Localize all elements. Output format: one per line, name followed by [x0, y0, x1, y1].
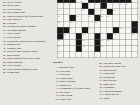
cell-number: 12: [58, 9, 60, 11]
cell-number: 6: [89, 3, 90, 5]
white-cell: 38: [101, 46, 107, 52]
black-cell: [57, 33, 63, 39]
cell-number: 8: [107, 3, 108, 5]
white-cell: [107, 27, 113, 33]
white-cell: 14: [95, 9, 101, 15]
cell-number: 36: [58, 46, 60, 48]
cell-number: 4: [64, 3, 65, 5]
clue-line: 38.Wager: [97, 97, 139, 101]
white-cell: [82, 15, 88, 21]
white-cell: [88, 52, 94, 58]
black-cell: [70, 15, 76, 21]
white-cell: 13: [82, 9, 88, 15]
white-cell: [64, 52, 70, 58]
white-cell: [64, 40, 70, 46]
white-cell: [132, 15, 138, 21]
white-cell: 36: [57, 46, 63, 52]
cell-number: 38: [101, 46, 103, 48]
white-cell: [64, 9, 70, 15]
cell-number: 37: [82, 46, 84, 48]
black-cell: [64, 27, 70, 33]
cell-number: 9: [113, 3, 114, 5]
cell-number: 28: [64, 33, 66, 35]
white-cell: 7: [95, 3, 101, 9]
white-cell: 9: [113, 3, 119, 9]
white-cell: 35: [107, 40, 113, 46]
cell-number: 5: [70, 3, 71, 5]
cell-number: 1: [76, 0, 77, 2]
down-clues-column-right: 28.They may turn up29.Garden tool with t…: [97, 61, 139, 100]
black-cell: [76, 46, 82, 52]
white-cell: 30: [113, 33, 119, 39]
white-cell: [82, 21, 88, 27]
white-cell: [101, 52, 107, 58]
white-cell: [132, 46, 138, 52]
white-cell: 16: [113, 9, 119, 15]
white-cell: 21: [107, 15, 113, 21]
cell-number: 19: [89, 15, 91, 17]
white-cell: 37: [82, 46, 88, 52]
cell-number: 30: [113, 33, 115, 35]
cell-number: 2: [132, 0, 133, 2]
white-cell: [119, 21, 125, 27]
cell-number: 27: [120, 27, 122, 29]
white-cell: [101, 33, 107, 39]
black-cell: [101, 3, 107, 9]
clue-text: Winter flake: [59, 97, 96, 101]
white-cell: [113, 46, 119, 52]
black-cell: [95, 33, 101, 39]
clue-text: Wager: [103, 97, 139, 101]
cell-number: 14: [95, 9, 97, 11]
white-cell: [119, 15, 125, 21]
white-cell: [126, 9, 132, 15]
white-cell: 19: [88, 15, 94, 21]
white-cell: [126, 33, 132, 39]
white-cell: 12: [57, 9, 63, 15]
white-cell: 20: [101, 15, 107, 21]
white-cell: [76, 52, 82, 58]
white-cell: 26: [88, 27, 94, 33]
cell-number: 29: [82, 33, 84, 35]
cell-number: 23: [70, 21, 72, 23]
cell-number: 25: [70, 27, 72, 29]
white-cell: 34: [101, 40, 107, 46]
white-cell: [119, 40, 125, 46]
white-cell: [113, 40, 119, 46]
white-cell: [107, 52, 113, 58]
clue-line: 10.Winter flake: [53, 97, 96, 101]
white-cell: 18: [76, 15, 82, 21]
cell-number: 32: [58, 40, 60, 42]
black-cell: [88, 9, 94, 15]
across-clues-column: 21.Poetic “before”22.Speak wildly23.Lair…: [1, 0, 55, 74]
white-cell: 31: [132, 33, 138, 39]
down-clues-column-left: 1.Breakfast dish2.Fruit drink3.Of the su…: [53, 66, 96, 101]
white-cell: [126, 21, 132, 27]
cell-number: 39: [58, 52, 60, 54]
white-cell: [70, 52, 76, 58]
black-cell: [76, 40, 82, 46]
white-cell: [113, 21, 119, 27]
white-cell: 29: [82, 33, 88, 39]
clue-number: 38.: [97, 97, 102, 101]
white-cell: [126, 27, 132, 33]
black-cell: [113, 27, 119, 33]
white-cell: [126, 15, 132, 21]
cell-number: 13: [82, 9, 84, 11]
cell-number: 24: [95, 21, 97, 23]
white-cell: 15: [101, 9, 107, 15]
white-cell: 39: [57, 52, 63, 58]
white-cell: [88, 46, 94, 52]
white-cell: [95, 52, 101, 58]
white-cell: [88, 33, 94, 39]
white-cell: [76, 3, 82, 9]
white-cell: [107, 21, 113, 27]
cell-number: 26: [89, 27, 91, 29]
crossword-page: 21.Poetic “before”22.Speak wildly23.Lair…: [0, 0, 140, 105]
white-cell: [70, 46, 76, 52]
white-cell: [132, 52, 138, 58]
white-cell: [76, 21, 82, 27]
black-cell: [95, 46, 101, 52]
white-cell: [64, 15, 70, 21]
cell-number: 15: [101, 9, 103, 11]
cell-number: 10: [120, 3, 122, 5]
cell-number: 21: [107, 15, 109, 17]
black-cell: [107, 9, 113, 15]
white-cell: 33: [82, 40, 88, 46]
clue-number: 10.: [53, 97, 58, 101]
white-cell: 27: [119, 27, 125, 33]
white-cell: [88, 21, 94, 27]
clue-number: 49.: [1, 71, 6, 75]
white-cell: [76, 27, 82, 33]
cell-number: 31: [132, 33, 134, 35]
white-cell: [113, 52, 119, 58]
clue-text: Strong wind: [7, 71, 55, 75]
white-cell: [64, 21, 70, 27]
white-cell: [101, 27, 107, 33]
white-cell: [64, 46, 70, 52]
white-cell: [132, 40, 138, 46]
white-cell: [119, 33, 125, 39]
white-cell: [126, 40, 132, 46]
black-cell: [95, 15, 101, 21]
cell-number: 7: [95, 3, 96, 5]
white-cell: 6: [88, 3, 94, 9]
white-cell: 17: [57, 15, 63, 21]
black-cell: [57, 27, 63, 33]
cell-number: 22: [58, 21, 60, 23]
white-cell: [101, 21, 107, 27]
cell-number: 17: [58, 15, 60, 17]
clue-line: 49.Strong wind: [1, 71, 55, 75]
white-cell: 25: [70, 27, 76, 33]
crossword-grid: 1234567891011121314151617181920212223242…: [57, 0, 138, 58]
white-cell: [70, 40, 76, 46]
white-cell: [132, 3, 138, 9]
black-cell: [107, 33, 113, 39]
white-cell: [126, 52, 132, 58]
white-cell: 24: [95, 21, 101, 27]
white-cell: [119, 9, 125, 15]
white-cell: 4: [64, 3, 70, 9]
cell-number: 18: [76, 15, 78, 17]
cell-number: 20: [101, 15, 103, 17]
cell-number: 16: [113, 9, 115, 11]
black-cell: [132, 21, 138, 27]
white-cell: 5: [70, 3, 76, 9]
black-cell: [95, 40, 101, 46]
white-cell: 28: [64, 33, 70, 39]
white-cell: [132, 9, 138, 15]
white-cell: 22: [57, 21, 63, 27]
cell-number: 35: [107, 40, 109, 42]
cell-number: 11: [126, 3, 128, 5]
white-cell: [70, 33, 76, 39]
white-cell: 10: [119, 3, 125, 9]
white-cell: [76, 9, 82, 15]
black-cell: [76, 33, 82, 39]
white-cell: [82, 52, 88, 58]
white-cell: [107, 46, 113, 52]
white-cell: 11: [126, 3, 132, 9]
black-cell: [132, 27, 138, 33]
down-section-header: DOWN: [53, 61, 62, 64]
white-cell: [119, 46, 125, 52]
white-cell: [126, 46, 132, 52]
white-cell: [119, 52, 125, 58]
cell-number: 34: [101, 40, 103, 42]
white-cell: [88, 40, 94, 46]
white-cell: [95, 27, 101, 33]
white-cell: 3: [57, 3, 63, 9]
white-cell: 32: [57, 40, 63, 46]
white-cell: [70, 9, 76, 15]
cell-number: 33: [82, 40, 84, 42]
white-cell: [113, 15, 119, 21]
black-cell: [82, 27, 88, 33]
black-cell: [82, 3, 88, 9]
white-cell: 23: [70, 21, 76, 27]
white-cell: 8: [107, 3, 113, 9]
cell-number: 3: [58, 3, 59, 5]
